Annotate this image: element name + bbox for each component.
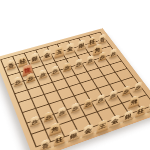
shogi-piece-pawn[interactable]: 歩 <box>70 59 83 69</box>
piece-kanji: 歩 <box>40 72 46 78</box>
piece-kanji: 香 <box>100 36 105 42</box>
piece-kanji: 歩 <box>76 61 81 67</box>
piece-kanji: 歩 <box>111 93 117 99</box>
shogi-piece-pawn[interactable]: 歩 <box>26 114 40 127</box>
piece-kanji: 龍 <box>24 67 31 74</box>
shogi-piece-pawn[interactable]: 歩 <box>47 66 60 76</box>
piece-kanji: 歩 <box>27 75 33 81</box>
piece-kanji: 香 <box>41 143 48 150</box>
piece-kanji: 金 <box>85 128 93 136</box>
shogi-piece-pawn[interactable]: 歩 <box>53 106 67 119</box>
piece-kanji: 金 <box>67 46 73 53</box>
piece-face: 歩 <box>63 61 72 72</box>
piece-kanji: 歩 <box>52 68 58 74</box>
piece-face: 歩 <box>38 68 48 79</box>
piece-face: 歩 <box>51 65 60 76</box>
piece-kanji: 歩 <box>86 101 92 107</box>
shogi-piece-pawn[interactable]: 歩 <box>103 89 117 101</box>
piece-kanji: 銀 <box>125 113 132 121</box>
shogi-piece-pawn[interactable]: 歩 <box>79 97 93 109</box>
piece-kanji: 歩 <box>135 85 141 91</box>
shogi-piece-pawn[interactable]: 歩 <box>115 85 129 96</box>
shogi-piece-pawn[interactable]: 歩 <box>82 56 95 66</box>
shogi-piece-pawn[interactable]: 歩 <box>59 62 72 72</box>
piece-kanji: 金 <box>112 118 119 126</box>
piece-face: 香 <box>39 138 51 150</box>
piece-kanji: 桂 <box>137 109 144 117</box>
piece-kanji: 桂 <box>19 59 26 66</box>
shogi-piece-pawn[interactable]: 歩 <box>10 76 23 87</box>
piece-face: 歩 <box>109 48 118 59</box>
piece-kanji: 玉 <box>56 49 62 56</box>
piece-kanji: 歩 <box>98 97 104 103</box>
shogi-board: 香桂銀金玉金銀桂香龍角歩歩歩歩歩歩歩歩歩歩歩歩歩歩歩歩歩歩角飛香桂銀金王金銀桂香 <box>0 28 150 150</box>
piece-layer: 香桂銀金玉金銀桂香龍角歩歩歩歩歩歩歩歩歩歩歩歩歩歩歩歩歩歩角飛香桂銀金王金銀桂香 <box>0 32 150 148</box>
piece-face: 銀 <box>77 39 86 51</box>
piece-kanji: 桂 <box>56 137 64 145</box>
piece-face: 香 <box>98 33 107 44</box>
piece-face: 歩 <box>84 98 94 110</box>
shogi-piece-bishop[interactable]: 角 <box>43 120 62 137</box>
piece-kanji: 銀 <box>78 42 84 49</box>
shogi-set-photo: 香桂銀金玉金銀桂香龍角歩歩歩歩歩歩歩歩歩歩歩歩歩歩歩歩歩歩角飛香桂銀金王金銀桂香 <box>0 0 150 150</box>
piece-face: 香 <box>5 59 16 71</box>
shogi-piece-pawn[interactable]: 歩 <box>35 69 48 79</box>
piece-face: 歩 <box>71 102 81 114</box>
piece-face: 歩 <box>133 81 143 93</box>
piece-kanji: 銀 <box>71 132 79 140</box>
piece-kanji: 金 <box>44 52 51 59</box>
piece-kanji: 桂 <box>89 39 95 46</box>
shogi-piece-lance[interactable]: 香 <box>35 136 51 150</box>
piece-kanji: 飛 <box>131 99 138 106</box>
piece-kanji: 歩 <box>123 89 129 95</box>
piece-kanji: 歩 <box>45 114 52 121</box>
piece-kanji: 歩 <box>31 119 38 126</box>
piece-kanji: 歩 <box>14 79 20 85</box>
piece-kanji: 歩 <box>88 58 93 64</box>
piece-face: 歩 <box>57 106 67 118</box>
piece-kanji: 角 <box>95 47 101 54</box>
shogi-piece-pawn[interactable]: 歩 <box>66 101 80 113</box>
piece-kanji: 王 <box>99 123 107 131</box>
piece-kanji: 歩 <box>99 54 104 60</box>
perspective-viewport: 香桂銀金玉金銀桂香龍角歩歩歩歩歩歩歩歩歩歩歩歩歩歩歩歩歩歩角飛香桂銀金王金銀桂香 <box>0 0 150 150</box>
shogi-piece-pawn[interactable]: 歩 <box>91 93 105 105</box>
piece-kanji: 銀 <box>32 55 39 62</box>
piece-face: 銀 <box>122 109 134 123</box>
piece-face: 歩 <box>29 115 40 127</box>
shogi-piece-lance[interactable]: 香 <box>3 60 16 71</box>
piece-kanji: 歩 <box>110 51 115 57</box>
shogi-piece-rook[interactable]: 飛 <box>121 94 140 109</box>
shogi-piece-silver-general[interactable]: 銀 <box>26 53 40 64</box>
piece-kanji: 歩 <box>59 110 65 116</box>
piece-face: 香 <box>148 101 150 114</box>
shogi-piece-gold-general[interactable]: 金 <box>38 50 53 61</box>
piece-kanji: 角 <box>51 126 59 134</box>
piece-kanji: 歩 <box>64 65 70 71</box>
piece-kanji: 香 <box>7 62 13 68</box>
piece-kanji: 歩 <box>72 105 78 111</box>
piece-face: 歩 <box>12 76 22 87</box>
